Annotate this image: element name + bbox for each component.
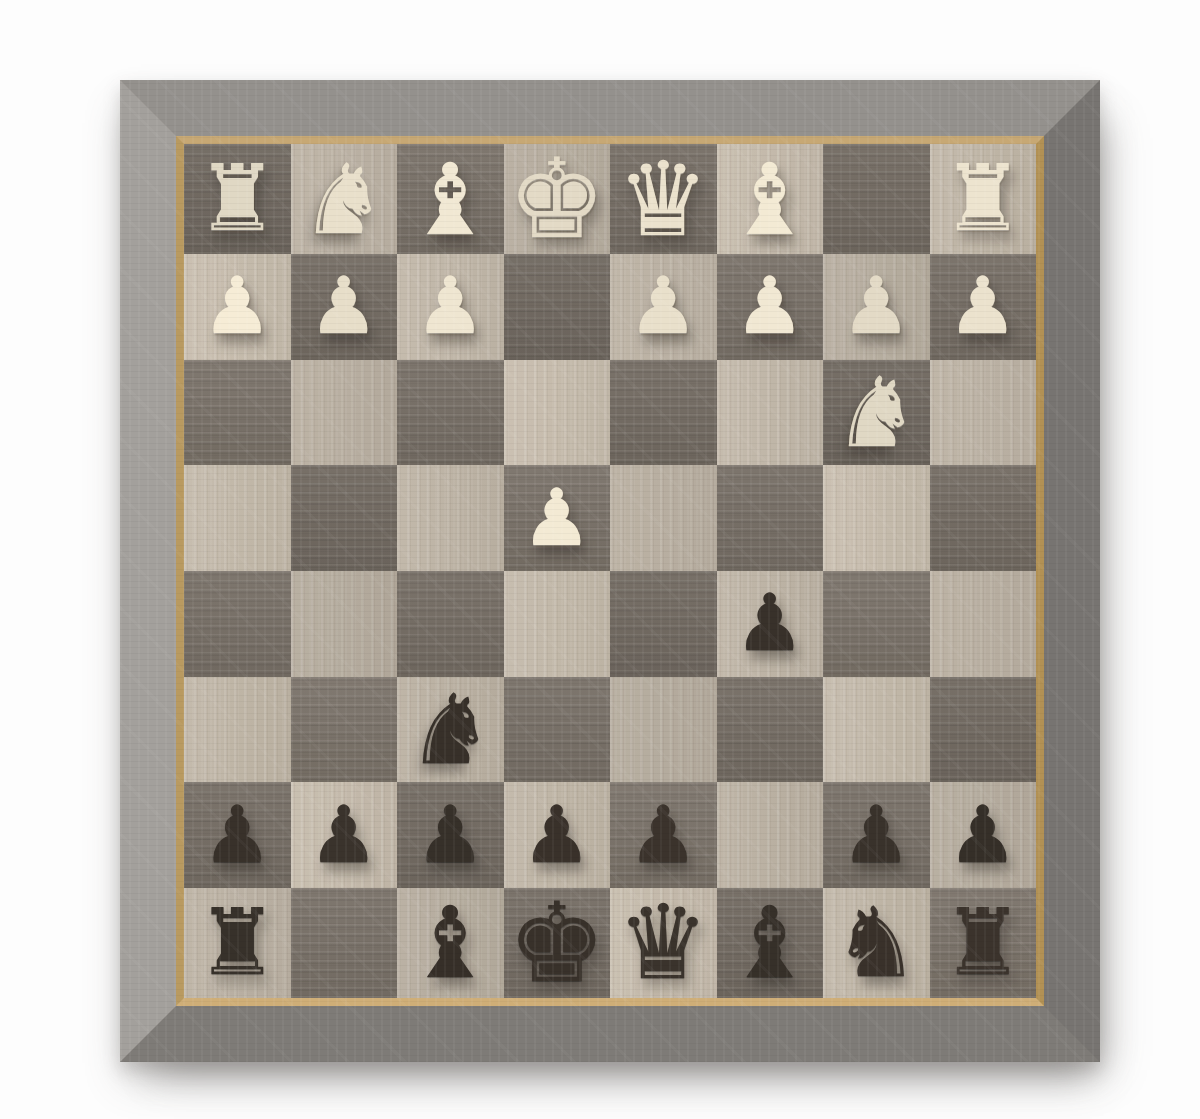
square-h4[interactable] [184,465,291,571]
white-pawn[interactable]: ♟ [628,267,699,346]
square-f1[interactable]: ♝ [397,144,504,254]
square-g1[interactable]: ♞ [291,144,398,254]
white-pawn[interactable]: ♟ [415,267,486,346]
square-a8[interactable]: ♜ [930,888,1037,998]
white-rook[interactable]: ♜ [196,153,278,245]
square-c4[interactable] [717,465,824,571]
square-d5[interactable] [610,571,717,677]
square-a3[interactable] [930,360,1037,466]
square-b6[interactable] [823,677,930,783]
white-pawn[interactable]: ♟ [202,267,273,346]
square-f5[interactable] [397,571,504,677]
white-pawn[interactable]: ♟ [521,479,592,558]
black-bishop[interactable]: ♝ [725,893,814,992]
square-b4[interactable] [823,465,930,571]
white-pawn[interactable]: ♟ [734,267,805,346]
black-pawn[interactable]: ♟ [947,796,1018,875]
square-g5[interactable] [291,571,398,677]
square-d6[interactable] [610,677,717,783]
square-h8[interactable]: ♜ [184,888,291,998]
white-pawn[interactable]: ♟ [841,267,912,346]
white-king[interactable]: ♚ [507,144,606,254]
square-e2[interactable] [504,254,611,360]
square-h7[interactable]: ♟ [184,782,291,888]
white-bishop[interactable]: ♝ [406,150,495,249]
white-pawn[interactable]: ♟ [308,267,379,346]
square-f4[interactable] [397,465,504,571]
square-b1[interactable] [823,144,930,254]
chess-board: ♜♞♝♚♛♝♜♟♟♟♟♟♟♟♞♟♟♞♟♟♟♟♟♟♟♜♝♚♛♝♞♜ [184,144,1036,998]
black-knight[interactable]: ♞ [407,681,494,778]
square-e4[interactable]: ♟ [504,465,611,571]
black-king[interactable]: ♚ [507,888,606,998]
black-pawn[interactable]: ♟ [841,796,912,875]
wall-frame: ♜♞♝♚♛♝♜♟♟♟♟♟♟♟♞♟♟♞♟♟♟♟♟♟♟♜♝♚♛♝♞♜ [120,80,1100,1062]
square-f8[interactable]: ♝ [397,888,504,998]
square-g8[interactable] [291,888,398,998]
square-e8[interactable]: ♚ [504,888,611,998]
square-e3[interactable] [504,360,611,466]
square-h6[interactable] [184,677,291,783]
black-pawn[interactable]: ♟ [628,796,699,875]
square-e5[interactable] [504,571,611,677]
black-rook[interactable]: ♜ [942,897,1024,989]
square-d1[interactable]: ♛ [610,144,717,254]
white-bishop[interactable]: ♝ [725,150,814,249]
square-a2[interactable]: ♟ [930,254,1037,360]
square-f2[interactable]: ♟ [397,254,504,360]
square-f7[interactable]: ♟ [397,782,504,888]
black-pawn[interactable]: ♟ [202,796,273,875]
square-f3[interactable] [397,360,504,466]
square-c2[interactable]: ♟ [717,254,824,360]
square-d3[interactable] [610,360,717,466]
square-b2[interactable]: ♟ [823,254,930,360]
square-e1[interactable]: ♚ [504,144,611,254]
square-c3[interactable] [717,360,824,466]
square-a1[interactable]: ♜ [930,144,1037,254]
square-g3[interactable] [291,360,398,466]
square-b3[interactable]: ♞ [823,360,930,466]
square-a5[interactable] [930,571,1037,677]
square-g6[interactable] [291,677,398,783]
square-f6[interactable]: ♞ [397,677,504,783]
square-b8[interactable]: ♞ [823,888,930,998]
square-c7[interactable] [717,782,824,888]
square-h3[interactable] [184,360,291,466]
square-e7[interactable]: ♟ [504,782,611,888]
square-d7[interactable]: ♟ [610,782,717,888]
square-e6[interactable] [504,677,611,783]
black-pawn[interactable]: ♟ [415,796,486,875]
square-b5[interactable] [823,571,930,677]
square-c6[interactable] [717,677,824,783]
white-pawn[interactable]: ♟ [947,267,1018,346]
square-c5[interactable]: ♟ [717,571,824,677]
black-pawn[interactable]: ♟ [734,584,805,663]
square-a6[interactable] [930,677,1037,783]
black-rook[interactable]: ♜ [196,897,278,989]
square-c1[interactable]: ♝ [717,144,824,254]
square-b7[interactable]: ♟ [823,782,930,888]
black-pawn[interactable]: ♟ [308,796,379,875]
square-a4[interactable] [930,465,1037,571]
square-c8[interactable]: ♝ [717,888,824,998]
square-h5[interactable] [184,571,291,677]
white-queen[interactable]: ♛ [617,148,709,251]
black-queen[interactable]: ♛ [617,891,709,994]
product-photo-scene: ♜♞♝♚♛♝♜♟♟♟♟♟♟♟♞♟♟♞♟♟♟♟♟♟♟♜♝♚♛♝♞♜ [0,0,1200,1119]
brass-trim: ♜♞♝♚♛♝♜♟♟♟♟♟♟♟♞♟♟♞♟♟♟♟♟♟♟♜♝♚♛♝♞♜ [176,136,1044,1006]
square-g4[interactable] [291,465,398,571]
black-knight[interactable]: ♞ [833,894,920,991]
square-g2[interactable]: ♟ [291,254,398,360]
square-d2[interactable]: ♟ [610,254,717,360]
black-bishop[interactable]: ♝ [406,893,495,992]
square-a7[interactable]: ♟ [930,782,1037,888]
white-rook[interactable]: ♜ [942,153,1024,245]
square-g7[interactable]: ♟ [291,782,398,888]
white-knight[interactable]: ♞ [833,364,920,461]
white-knight[interactable]: ♞ [300,151,387,248]
square-d4[interactable] [610,465,717,571]
black-pawn[interactable]: ♟ [521,796,592,875]
square-h1[interactable]: ♜ [184,144,291,254]
square-d8[interactable]: ♛ [610,888,717,998]
square-h2[interactable]: ♟ [184,254,291,360]
